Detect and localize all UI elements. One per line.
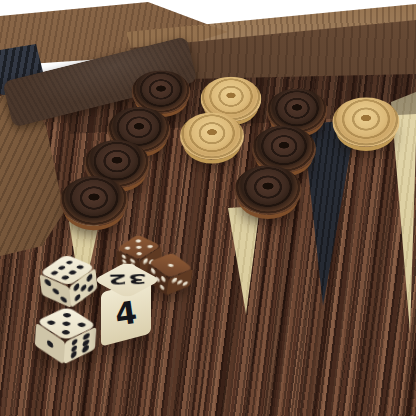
die-pip [135, 245, 142, 249]
die-pip [135, 239, 142, 243]
die-pip [61, 329, 71, 335]
die-pip [177, 279, 182, 285]
die-pip [73, 283, 79, 292]
die-pip [76, 265, 85, 270]
die-pip [88, 284, 94, 293]
die-pip [68, 270, 77, 275]
die-pip [62, 321, 72, 327]
die-pip [143, 258, 148, 265]
backgammon-photo: 4 32 [0, 0, 416, 416]
die-pip [44, 278, 50, 286]
die-pip [77, 322, 87, 328]
die-pip [50, 270, 59, 275]
die-pip [60, 295, 66, 303]
die-pip [124, 246, 131, 250]
die-pip [47, 339, 53, 349]
die-pip [151, 267, 156, 274]
die-pip [146, 244, 153, 248]
dice-layer [0, 0, 416, 416]
die-pip [61, 275, 70, 280]
die-pip [74, 293, 80, 302]
die-pip [62, 312, 72, 318]
die-pip [161, 275, 166, 282]
die-pip [160, 284, 165, 291]
doubling-cube-front-value: 4 [113, 294, 139, 333]
doubling-cube-top-value: 32 [107, 271, 148, 288]
die-pip [46, 320, 56, 326]
die-pip [182, 281, 187, 287]
die-pip [65, 260, 74, 265]
die-pip [57, 265, 66, 270]
die-pip [172, 277, 177, 283]
die-pip [167, 263, 174, 267]
die-pip [86, 273, 92, 282]
die-pip [52, 287, 58, 295]
die-pip [135, 251, 142, 255]
die-pip [80, 283, 86, 292]
